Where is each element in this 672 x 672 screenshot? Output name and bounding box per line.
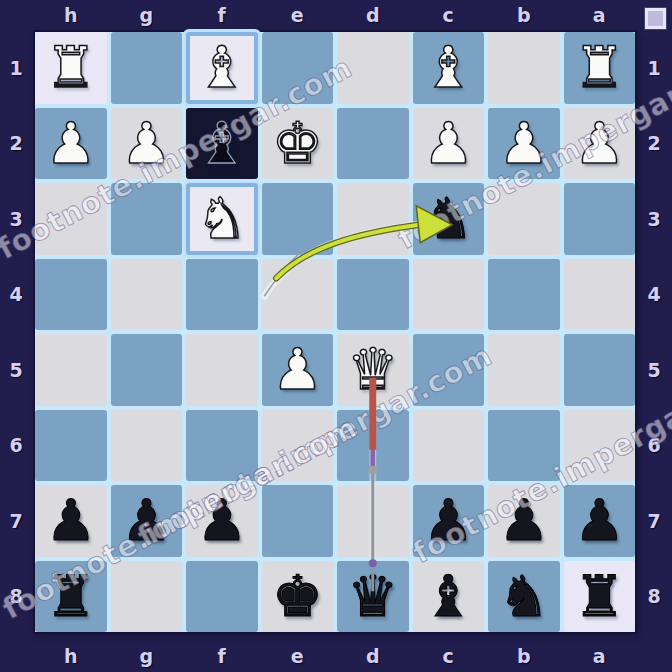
square-a1[interactable]: ♜ [564, 32, 636, 104]
square-d7[interactable] [337, 485, 409, 557]
rank-label-right-2: 2 [647, 132, 660, 154]
black-bishop-c8[interactable]: ♝ [413, 561, 485, 633]
square-c7[interactable]: ♟ [413, 485, 485, 557]
white-pawn-a2[interactable]: ♟ [564, 108, 636, 180]
white-pawn-g2[interactable]: ♟ [111, 108, 183, 180]
square-b7[interactable]: ♟ [488, 485, 560, 557]
square-f4[interactable] [186, 259, 258, 331]
black-pawn-h7[interactable]: ♟ [35, 485, 107, 557]
file-label-bottom-e: e [291, 645, 304, 667]
file-label-bottom-b: b [517, 645, 531, 667]
black-king-e8[interactable]: ♚ [262, 561, 334, 633]
rank-label-left-8: 8 [9, 585, 22, 607]
square-g7[interactable]: ♟ [111, 485, 183, 557]
rank-label-right-4: 4 [647, 283, 660, 305]
square-a6[interactable] [564, 410, 636, 482]
square-e6[interactable] [262, 410, 334, 482]
square-c3[interactable]: ♞ [413, 183, 485, 255]
white-knight-f3[interactable]: ♞ [186, 183, 258, 255]
white-king-e2[interactable]: ♚ [262, 108, 334, 180]
file-label-top-b: b [517, 4, 531, 26]
square-f7[interactable]: ♟ [186, 485, 258, 557]
square-c5[interactable] [413, 334, 485, 406]
square-d1[interactable] [337, 32, 409, 104]
square-d6[interactable] [337, 410, 409, 482]
black-queen-d8[interactable]: ♛ [337, 561, 409, 633]
square-a3[interactable] [564, 183, 636, 255]
square-h1[interactable]: ♜ [35, 32, 107, 104]
square-e3[interactable] [262, 183, 334, 255]
square-e2[interactable]: ♚ [262, 108, 334, 180]
white-rook-a1[interactable]: ♜ [564, 32, 636, 104]
square-g6[interactable] [111, 410, 183, 482]
rank-label-right-3: 3 [647, 208, 660, 230]
square-b1[interactable] [488, 32, 560, 104]
square-c2[interactable]: ♟ [413, 108, 485, 180]
square-f1[interactable]: ♝ [186, 32, 258, 104]
square-b5[interactable] [488, 334, 560, 406]
square-h3[interactable] [35, 183, 107, 255]
file-label-top-g: g [139, 4, 153, 26]
rank-label-left-2: 2 [9, 132, 22, 154]
square-a7[interactable]: ♟ [564, 485, 636, 557]
square-e1[interactable] [262, 32, 334, 104]
rank-label-left-7: 7 [9, 510, 22, 532]
square-b4[interactable] [488, 259, 560, 331]
square-a2[interactable]: ♟ [564, 108, 636, 180]
square-h4[interactable] [35, 259, 107, 331]
square-d4[interactable] [337, 259, 409, 331]
square-g3[interactable] [111, 183, 183, 255]
square-h7[interactable]: ♟ [35, 485, 107, 557]
square-g8[interactable] [111, 561, 183, 633]
file-label-bottom-c: c [443, 645, 454, 667]
file-label-top-h: h [64, 4, 78, 26]
file-label-top-f: f [218, 4, 226, 26]
rank-label-right-6: 6 [647, 434, 660, 456]
square-h2[interactable]: ♟ [35, 108, 107, 180]
file-label-top-e: e [291, 4, 304, 26]
square-e5[interactable]: ♟ [262, 334, 334, 406]
board: ♜♝♝♜♟♟♝♚♟♟♟♞♞♟♛♟♟♟♟♟♟♜♚♛♝♞♜ [35, 32, 635, 632]
rank-label-right-5: 5 [647, 359, 660, 381]
white-bishop-c1[interactable]: ♝ [413, 32, 485, 104]
square-a4[interactable] [564, 259, 636, 331]
white-pawn-e5[interactable]: ♟ [262, 334, 334, 406]
white-square-icon [645, 8, 666, 29]
rank-label-left-1: 1 [9, 57, 22, 79]
black-pawn-f7[interactable]: ♟ [186, 485, 258, 557]
chess-diagram: ♜♝♝♜♟♟♝♚♟♟♟♞♞♟♛♟♟♟♟♟♟♜♚♛♝♞♜ footnote.imp… [0, 0, 672, 672]
black-pawn-g7[interactable]: ♟ [111, 485, 183, 557]
black-pawn-b7[interactable]: ♟ [488, 485, 560, 557]
square-f5[interactable] [186, 334, 258, 406]
file-label-bottom-h: h [64, 645, 78, 667]
square-g2[interactable]: ♟ [111, 108, 183, 180]
black-knight-c3[interactable]: ♞ [413, 183, 485, 255]
white-pawn-b2[interactable]: ♟ [488, 108, 560, 180]
square-c6[interactable] [413, 410, 485, 482]
square-b2[interactable]: ♟ [488, 108, 560, 180]
square-f6[interactable] [186, 410, 258, 482]
square-h6[interactable] [35, 410, 107, 482]
rank-label-left-4: 4 [9, 283, 22, 305]
square-d2[interactable] [337, 108, 409, 180]
square-b3[interactable] [488, 183, 560, 255]
square-e4[interactable] [262, 259, 334, 331]
square-a5[interactable] [564, 334, 636, 406]
white-rook-h1[interactable]: ♜ [35, 32, 107, 104]
square-f8[interactable] [186, 561, 258, 633]
square-f3[interactable]: ♞ [186, 183, 258, 255]
square-d8[interactable]: ♛ [337, 561, 409, 633]
file-label-bottom-d: d [366, 645, 380, 667]
square-d5[interactable]: ♛ [337, 334, 409, 406]
file-label-bottom-g: g [139, 645, 153, 667]
white-pawn-c2[interactable]: ♟ [413, 108, 485, 180]
square-c4[interactable] [413, 259, 485, 331]
square-d3[interactable] [337, 183, 409, 255]
file-label-bottom-f: f [218, 645, 226, 667]
black-rook-h8[interactable]: ♜ [35, 561, 107, 633]
white-queen-d5[interactable]: ♛ [337, 334, 409, 406]
file-label-top-a: a [593, 4, 606, 26]
black-bishop-f2[interactable]: ♝ [186, 108, 258, 180]
square-a8[interactable]: ♜ [564, 561, 636, 633]
square-h5[interactable] [35, 334, 107, 406]
square-b8[interactable]: ♞ [488, 561, 560, 633]
square-c8[interactable]: ♝ [413, 561, 485, 633]
black-rook-a8[interactable]: ♜ [564, 561, 636, 633]
rank-label-left-5: 5 [9, 359, 22, 381]
black-pawn-a7[interactable]: ♟ [564, 485, 636, 557]
file-label-top-c: c [443, 4, 454, 26]
square-b6[interactable] [488, 410, 560, 482]
rank-label-right-8: 8 [647, 585, 660, 607]
black-pawn-c7[interactable]: ♟ [413, 485, 485, 557]
square-f2[interactable]: ♝ [186, 108, 258, 180]
square-g1[interactable] [111, 32, 183, 104]
black-knight-b8[interactable]: ♞ [488, 561, 560, 633]
square-e7[interactable] [262, 485, 334, 557]
rank-label-left-6: 6 [9, 434, 22, 456]
square-g4[interactable] [111, 259, 183, 331]
square-h8[interactable]: ♜ [35, 561, 107, 633]
square-c1[interactable]: ♝ [413, 32, 485, 104]
file-label-top-d: d [366, 4, 380, 26]
white-bishop-f1[interactable]: ♝ [186, 32, 258, 104]
file-label-bottom-a: a [593, 645, 606, 667]
square-e8[interactable]: ♚ [262, 561, 334, 633]
rank-label-right-7: 7 [647, 510, 660, 532]
rank-label-left-3: 3 [9, 208, 22, 230]
square-g5[interactable] [111, 334, 183, 406]
white-pawn-h2[interactable]: ♟ [35, 108, 107, 180]
rank-label-right-1: 1 [647, 57, 660, 79]
